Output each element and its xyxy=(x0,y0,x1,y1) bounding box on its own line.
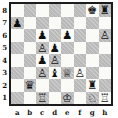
square-c6[interactable]: ♟ xyxy=(36,29,49,42)
square-g2[interactable]: ♜ xyxy=(86,79,99,92)
square-f4[interactable] xyxy=(74,54,87,67)
white-pawn-piece: ♙ xyxy=(75,67,85,79)
square-d6[interactable] xyxy=(49,29,62,42)
square-c7[interactable] xyxy=(36,17,49,30)
square-g8[interactable]: ♚ xyxy=(86,4,99,17)
square-d3[interactable]: ♝ xyxy=(49,67,62,80)
square-a4[interactable] xyxy=(11,54,24,67)
square-c4[interactable]: ♟ xyxy=(36,54,49,67)
file-label-c: c xyxy=(36,106,49,118)
square-c8[interactable] xyxy=(36,4,49,17)
square-f3[interactable]: ♙ xyxy=(74,67,87,80)
square-e7[interactable] xyxy=(61,17,74,30)
black-king-piece: ♚ xyxy=(87,4,97,16)
square-e4[interactable] xyxy=(61,54,74,67)
square-g1[interactable]: ♘ xyxy=(86,92,99,105)
rank-label-6: 6 xyxy=(0,29,9,42)
black-bishop-piece: ♝ xyxy=(50,67,60,79)
square-b4[interactable] xyxy=(24,54,37,67)
black-pawn-piece: ♟ xyxy=(12,17,22,29)
rank-label-8: 8 xyxy=(0,4,9,17)
square-f6[interactable] xyxy=(74,29,87,42)
white-pawn-piece: ♙ xyxy=(100,29,110,41)
square-b2[interactable]: ♛ xyxy=(24,79,37,92)
rank-label-2: 2 xyxy=(0,79,9,92)
white-king-piece: ♔ xyxy=(62,92,72,104)
black-pawn-piece: ♟ xyxy=(37,29,47,41)
square-a3[interactable] xyxy=(11,67,24,80)
square-g4[interactable] xyxy=(86,54,99,67)
square-a7[interactable]: ♟ xyxy=(11,17,24,30)
black-rook-piece: ♜ xyxy=(100,4,110,16)
rank-labels: 87654321 xyxy=(0,2,9,106)
chess-diagram: 87654321 ♚♜♟♟♟♙♙♟♟♙♙♝♕♙♛♜♖♔♘♖ abcdefgh xyxy=(0,0,118,118)
square-f5[interactable] xyxy=(74,42,87,55)
square-g5[interactable] xyxy=(86,42,99,55)
square-e2[interactable] xyxy=(61,79,74,92)
white-queen-piece: ♕ xyxy=(62,67,72,79)
file-label-d: d xyxy=(49,106,62,118)
square-d4[interactable]: ♙ xyxy=(49,54,62,67)
square-h8[interactable]: ♜ xyxy=(99,4,112,17)
file-label-g: g xyxy=(86,106,99,118)
square-h2[interactable] xyxy=(99,79,112,92)
black-pawn-piece: ♟ xyxy=(37,54,47,66)
white-rook-piece: ♖ xyxy=(100,92,110,104)
square-f8[interactable] xyxy=(74,4,87,17)
file-labels: abcdefgh xyxy=(9,106,113,118)
white-rook-piece: ♖ xyxy=(37,92,47,104)
rank-label-5: 5 xyxy=(0,42,9,55)
file-label-h: h xyxy=(99,106,112,118)
square-c3[interactable]: ♙ xyxy=(36,67,49,80)
square-h6[interactable]: ♙ xyxy=(99,29,112,42)
black-queen-piece: ♛ xyxy=(25,79,35,91)
rank-label-7: 7 xyxy=(0,17,9,30)
square-e1[interactable]: ♔ xyxy=(61,92,74,105)
square-b5[interactable] xyxy=(24,42,37,55)
square-f2[interactable] xyxy=(74,79,87,92)
black-pawn-piece: ♟ xyxy=(62,29,72,41)
square-b3[interactable] xyxy=(24,67,37,80)
square-a5[interactable] xyxy=(11,42,24,55)
white-knight-piece: ♘ xyxy=(87,92,97,104)
square-d8[interactable] xyxy=(49,4,62,17)
file-label-e: e xyxy=(61,106,74,118)
square-c2[interactable] xyxy=(36,79,49,92)
square-g6[interactable] xyxy=(86,29,99,42)
square-b8[interactable] xyxy=(24,4,37,17)
square-d5[interactable]: ♟ xyxy=(49,42,62,55)
square-h5[interactable] xyxy=(99,42,112,55)
square-d1[interactable] xyxy=(49,92,62,105)
file-label-a: a xyxy=(11,106,24,118)
corner-spacer xyxy=(0,106,9,118)
white-pawn-piece: ♙ xyxy=(50,54,60,66)
square-a6[interactable] xyxy=(11,29,24,42)
black-pawn-piece: ♟ xyxy=(50,42,60,54)
square-a1[interactable] xyxy=(11,92,24,105)
square-c5[interactable]: ♙ xyxy=(36,42,49,55)
square-e5[interactable] xyxy=(61,42,74,55)
file-label-f: f xyxy=(74,106,87,118)
rank-label-3: 3 xyxy=(0,67,9,80)
square-f1[interactable] xyxy=(74,92,87,105)
white-pawn-piece: ♙ xyxy=(37,42,47,54)
square-h1[interactable]: ♖ xyxy=(99,92,112,105)
square-h3[interactable] xyxy=(99,67,112,80)
square-e8[interactable] xyxy=(61,4,74,17)
file-label-b: b xyxy=(24,106,37,118)
square-g7[interactable] xyxy=(86,17,99,30)
square-e6[interactable]: ♟ xyxy=(61,29,74,42)
rank-label-1: 1 xyxy=(0,92,9,105)
square-a8[interactable] xyxy=(11,4,24,17)
square-h7[interactable] xyxy=(99,17,112,30)
square-b1[interactable] xyxy=(24,92,37,105)
square-f7[interactable] xyxy=(74,17,87,30)
square-e3[interactable]: ♕ xyxy=(61,67,74,80)
rank-label-4: 4 xyxy=(0,54,9,67)
square-b6[interactable] xyxy=(24,29,37,42)
white-pawn-piece: ♙ xyxy=(37,67,47,79)
chess-board: ♚♜♟♟♟♙♙♟♟♙♙♝♕♙♛♜♖♔♘♖ xyxy=(9,2,113,106)
square-d7[interactable] xyxy=(49,17,62,30)
square-a2[interactable] xyxy=(11,79,24,92)
board-layout: 87654321 ♚♜♟♟♟♙♙♟♟♙♙♝♕♙♛♜♖♔♘♖ abcdefgh xyxy=(0,0,118,118)
square-d2[interactable] xyxy=(49,79,62,92)
square-c1[interactable]: ♖ xyxy=(36,92,49,105)
square-b7[interactable] xyxy=(24,17,37,30)
black-rook-piece: ♜ xyxy=(87,79,97,91)
square-h4[interactable] xyxy=(99,54,112,67)
square-g3[interactable] xyxy=(86,67,99,80)
